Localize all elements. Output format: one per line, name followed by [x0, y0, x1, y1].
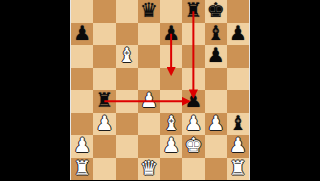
square-a5[interactable] [71, 68, 93, 91]
piece-black-pawn: ♟ [207, 45, 225, 65]
square-e7[interactable]: ♟ [160, 23, 182, 46]
square-h7[interactable]: ♟ [227, 23, 249, 46]
square-c3[interactable] [116, 113, 138, 136]
square-g3[interactable]: ♟ [205, 113, 227, 136]
square-d8[interactable]: ♛ [138, 0, 160, 23]
square-a2[interactable]: ♟ [71, 135, 93, 158]
square-h8[interactable] [227, 0, 249, 23]
piece-white-rook: ♜ [229, 158, 247, 178]
screenshot-stage: ♛♜♚♟♟♝♟♝♟♜♟♟♟♝♟♟♝♟♟♚♟♜♛♜ [0, 0, 320, 180]
square-b5[interactable] [93, 68, 115, 91]
piece-black-bishop: ♝ [229, 113, 247, 133]
piece-black-pawn: ♟ [73, 23, 91, 43]
square-d6[interactable] [138, 45, 160, 68]
square-f5[interactable] [182, 68, 204, 91]
square-a1[interactable]: ♜ [71, 158, 93, 181]
square-d1[interactable]: ♛ [138, 158, 160, 181]
square-b2[interactable] [93, 135, 115, 158]
square-f8[interactable]: ♜ [182, 0, 204, 23]
piece-white-rook: ♜ [73, 158, 91, 178]
chess-board[interactable]: ♛♜♚♟♟♝♟♝♟♜♟♟♟♝♟♟♝♟♟♚♟♜♛♜ [70, 0, 250, 180]
piece-white-pawn: ♟ [207, 113, 225, 133]
square-g8[interactable]: ♚ [205, 0, 227, 23]
piece-black-pawn: ♟ [229, 23, 247, 43]
square-d3[interactable] [138, 113, 160, 136]
square-f2[interactable]: ♚ [182, 135, 204, 158]
square-d7[interactable] [138, 23, 160, 46]
square-h5[interactable] [227, 68, 249, 91]
square-a4[interactable] [71, 90, 93, 113]
square-c5[interactable] [116, 68, 138, 91]
square-g5[interactable] [205, 68, 227, 91]
square-a6[interactable] [71, 45, 93, 68]
piece-white-bishop: ♝ [118, 45, 136, 65]
square-h4[interactable] [227, 90, 249, 113]
square-a8[interactable] [71, 0, 93, 23]
piece-black-bishop: ♝ [207, 23, 225, 43]
square-f6[interactable] [182, 45, 204, 68]
square-g2[interactable] [205, 135, 227, 158]
square-e5[interactable] [160, 68, 182, 91]
square-g7[interactable]: ♝ [205, 23, 227, 46]
square-f1[interactable] [182, 158, 204, 181]
piece-white-pawn: ♟ [229, 135, 247, 155]
square-e3[interactable]: ♝ [160, 113, 182, 136]
square-f3[interactable]: ♟ [182, 113, 204, 136]
square-e1[interactable] [160, 158, 182, 181]
square-e6[interactable] [160, 45, 182, 68]
piece-white-pawn: ♟ [184, 113, 202, 133]
square-f4[interactable]: ♟ [182, 90, 204, 113]
square-a7[interactable]: ♟ [71, 23, 93, 46]
square-h1[interactable]: ♜ [227, 158, 249, 181]
piece-white-bishop: ♝ [162, 113, 180, 133]
piece-white-pawn: ♟ [140, 90, 158, 110]
piece-black-king: ♚ [207, 0, 225, 20]
piece-white-king: ♚ [184, 135, 202, 155]
square-g1[interactable] [205, 158, 227, 181]
square-c8[interactable] [116, 0, 138, 23]
piece-black-rook: ♜ [95, 90, 113, 110]
square-d4[interactable]: ♟ [138, 90, 160, 113]
square-e4[interactable] [160, 90, 182, 113]
square-a3[interactable] [71, 113, 93, 136]
square-g4[interactable] [205, 90, 227, 113]
square-c6[interactable]: ♝ [116, 45, 138, 68]
piece-black-queen: ♛ [140, 0, 158, 20]
square-d2[interactable] [138, 135, 160, 158]
piece-black-pawn: ♟ [162, 23, 180, 43]
square-h2[interactable]: ♟ [227, 135, 249, 158]
square-c7[interactable] [116, 23, 138, 46]
square-g6[interactable]: ♟ [205, 45, 227, 68]
square-c4[interactable] [116, 90, 138, 113]
square-b7[interactable] [93, 23, 115, 46]
square-b6[interactable] [93, 45, 115, 68]
piece-white-queen: ♛ [140, 158, 158, 178]
square-e2[interactable]: ♟ [160, 135, 182, 158]
square-b1[interactable] [93, 158, 115, 181]
piece-black-rook: ♜ [184, 0, 202, 20]
piece-white-pawn: ♟ [73, 135, 91, 155]
square-f7[interactable] [182, 23, 204, 46]
square-b8[interactable] [93, 0, 115, 23]
square-d5[interactable] [138, 68, 160, 91]
piece-white-pawn: ♟ [162, 135, 180, 155]
piece-white-pawn: ♟ [95, 113, 113, 133]
square-b3[interactable]: ♟ [93, 113, 115, 136]
square-h3[interactable]: ♝ [227, 113, 249, 136]
square-c2[interactable] [116, 135, 138, 158]
square-e8[interactable] [160, 0, 182, 23]
square-h6[interactable] [227, 45, 249, 68]
square-c1[interactable] [116, 158, 138, 181]
piece-black-pawn: ♟ [184, 90, 202, 110]
square-b4[interactable]: ♜ [93, 90, 115, 113]
